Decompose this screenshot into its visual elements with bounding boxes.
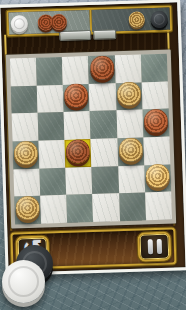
square-r5c4[interactable] [119, 193, 146, 221]
square-r2c1[interactable] [38, 112, 65, 140]
board [10, 54, 172, 225]
square-r3c1[interactable] [39, 140, 66, 168]
square-r0c0[interactable] [10, 58, 37, 86]
top-left-tab[interactable] [59, 30, 91, 41]
brown-piece[interactable] [66, 139, 91, 164]
gold-piece[interactable] [15, 196, 40, 221]
game-card: ↺ [0, 0, 186, 276]
black-player-piece-icon [150, 10, 168, 28]
square-r5c3[interactable] [93, 194, 120, 222]
square-r3c5[interactable] [143, 137, 170, 165]
square-r3c4[interactable] [117, 137, 144, 165]
square-r2c3[interactable] [90, 111, 117, 139]
white-player-piece-icon [11, 14, 29, 32]
top-right-tab[interactable] [93, 29, 116, 40]
square-r4c2[interactable] [66, 167, 93, 195]
square-r0c1[interactable] [36, 57, 63, 85]
square-r2c5[interactable] [142, 109, 169, 137]
square-r0c5[interactable] [141, 54, 168, 82]
gold-piece[interactable] [116, 82, 141, 107]
captured-tray-black-side [89, 8, 170, 33]
captured-gold-group [126, 11, 144, 28]
brown-piece[interactable] [64, 84, 89, 109]
square-r1c0[interactable] [11, 85, 38, 113]
square-r0c4[interactable] [115, 54, 142, 82]
square-r3c0[interactable] [13, 141, 40, 169]
square-r1c4[interactable] [115, 82, 142, 110]
board-frame [6, 50, 176, 229]
square-r5c0[interactable] [14, 196, 41, 224]
gold-piece[interactable] [14, 141, 39, 166]
square-r0c3[interactable] [88, 55, 115, 83]
square-r1c2[interactable] [63, 84, 90, 112]
pause-button[interactable] [137, 232, 171, 262]
gold-piece[interactable] [118, 137, 143, 162]
app-screen: ↺ [0, 0, 186, 310]
square-r3c2[interactable] [65, 139, 92, 167]
captured-brown-group [36, 14, 67, 31]
square-r1c3[interactable] [89, 83, 116, 111]
square-r4c3[interactable] [92, 166, 119, 194]
pause-icon [147, 239, 152, 254]
square-r0c2[interactable] [62, 56, 89, 84]
square-r1c1[interactable] [37, 85, 64, 113]
square-r4c1[interactable] [40, 168, 67, 196]
square-r5c5[interactable] [145, 192, 172, 220]
square-r5c1[interactable] [40, 195, 67, 223]
square-r2c0[interactable] [12, 113, 39, 141]
square-r2c2[interactable] [64, 111, 91, 139]
square-r5c2[interactable] [67, 194, 94, 222]
square-r4c5[interactable] [144, 164, 171, 192]
square-r4c4[interactable] [118, 165, 145, 193]
big-white-piece [2, 260, 45, 303]
gold-piece[interactable] [145, 164, 170, 189]
captured-brown-piece [51, 14, 67, 30]
brown-piece[interactable] [143, 109, 168, 134]
brown-piece[interactable] [89, 55, 114, 80]
square-r1c5[interactable] [142, 81, 169, 109]
square-r2c4[interactable] [116, 110, 143, 138]
captured-gold-piece [128, 11, 144, 27]
square-r3c3[interactable] [91, 138, 118, 166]
square-r4c0[interactable] [13, 168, 40, 196]
